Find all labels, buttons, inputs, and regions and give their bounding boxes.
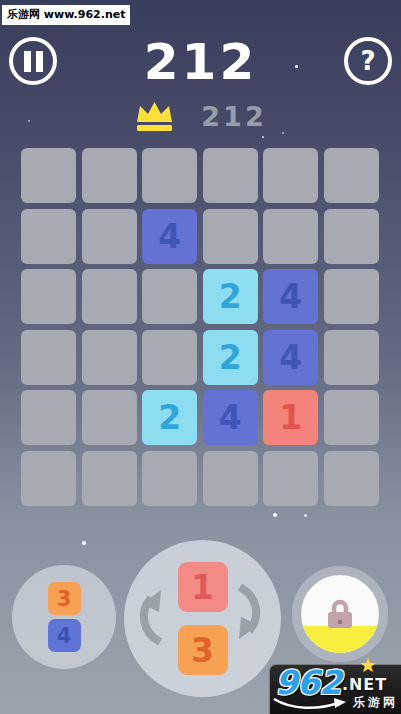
tile-1-r5c5[interactable]: 1 <box>263 390 318 445</box>
star-icon: ★ <box>359 653 377 677</box>
cell-r3c6[interactable] <box>324 269 379 324</box>
cell-r3c3[interactable] <box>142 269 197 324</box>
watermark-site-name: 乐游网 <box>353 694 398 711</box>
cell-r2c2[interactable] <box>82 209 137 264</box>
site-ribbon: 乐游网 www.962.net <box>2 5 130 25</box>
next-piece-tile-bottom: 4 <box>48 619 81 652</box>
best-score-row: 212 <box>0 101 401 132</box>
cell-r1c6[interactable] <box>324 148 379 203</box>
tile-4-r3c5[interactable]: 4 <box>263 269 318 324</box>
cell-r1c4[interactable] <box>203 148 258 203</box>
cell-r2c5[interactable] <box>263 209 318 264</box>
hold-slot-locked-button[interactable] <box>292 566 388 662</box>
score-value: 212 <box>0 36 401 88</box>
best-score-value: 212 <box>201 101 266 132</box>
cell-r6c3[interactable] <box>142 451 197 506</box>
rotate-ccw-arrow-icon <box>136 588 170 646</box>
cell-r2c1[interactable] <box>21 209 76 264</box>
current-piece-tile-top: 1 <box>178 562 228 612</box>
cell-r1c2[interactable] <box>82 148 137 203</box>
cell-r5c2[interactable] <box>82 390 137 445</box>
star-dot <box>304 514 307 517</box>
tile-4-r5c4[interactable]: 4 <box>203 390 258 445</box>
cell-r4c2[interactable] <box>82 330 137 385</box>
cell-r6c4[interactable] <box>203 451 258 506</box>
watermark-net: .NET <box>342 677 387 693</box>
cell-r1c5[interactable] <box>263 148 318 203</box>
cell-r4c1[interactable] <box>21 330 76 385</box>
hold-progress-fill <box>301 626 379 653</box>
swoosh-icon <box>272 696 346 712</box>
question-icon: ? <box>360 46 375 76</box>
star-dot <box>82 541 86 545</box>
tile-4-r2c3[interactable]: 4 <box>142 209 197 264</box>
rotate-cw-arrow-icon <box>230 583 264 641</box>
watermark-logo: 962 .NET 乐游网 ★ <box>269 664 401 714</box>
cell-r2c4[interactable] <box>203 209 258 264</box>
help-button[interactable]: ? <box>344 37 392 85</box>
crown-icon <box>134 101 175 132</box>
cell-r5c6[interactable] <box>324 390 379 445</box>
lock-icon <box>324 598 356 630</box>
current-piece-tile-bottom: 3 <box>178 625 228 675</box>
star-dot <box>295 65 298 68</box>
board: 42424241 <box>21 148 379 506</box>
tile-2-r5c3[interactable]: 2 <box>142 390 197 445</box>
star-dot <box>28 120 30 122</box>
cell-r6c6[interactable] <box>324 451 379 506</box>
next-piece-preview: 3 4 <box>12 565 116 669</box>
star-dot <box>262 136 264 138</box>
cell-r6c2[interactable] <box>82 451 137 506</box>
star-dot <box>282 132 284 134</box>
tile-2-r4c4[interactable]: 2 <box>203 330 258 385</box>
game-screen: { "game": "Merged!-style number-domino m… <box>0 0 401 714</box>
cell-r3c1[interactable] <box>21 269 76 324</box>
cell-r4c3[interactable] <box>142 330 197 385</box>
cell-r1c3[interactable] <box>142 148 197 203</box>
cell-r5c1[interactable] <box>21 390 76 445</box>
tile-4-r4c5[interactable]: 4 <box>263 330 318 385</box>
cell-r6c1[interactable] <box>21 451 76 506</box>
cell-r3c2[interactable] <box>82 269 137 324</box>
star-dot <box>273 513 277 517</box>
cell-r1c1[interactable] <box>21 148 76 203</box>
cell-r2c6[interactable] <box>324 209 379 264</box>
cell-r4c6[interactable] <box>324 330 379 385</box>
tile-2-r3c4[interactable]: 2 <box>203 269 258 324</box>
cell-r6c5[interactable] <box>263 451 318 506</box>
next-piece-tile-top: 3 <box>48 582 81 615</box>
